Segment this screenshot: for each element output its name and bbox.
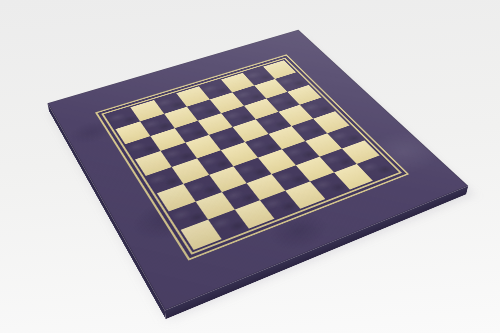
board-square	[271, 165, 310, 191]
board-square	[310, 173, 349, 199]
board-square	[247, 174, 286, 200]
board-square	[295, 157, 333, 182]
board-square	[319, 148, 357, 173]
board-square	[234, 158, 272, 183]
board-square	[357, 156, 396, 181]
board-square	[197, 150, 234, 175]
chess-board	[47, 30, 468, 311]
board-square	[171, 159, 208, 184]
board-square	[208, 210, 248, 239]
board-square	[282, 141, 319, 165]
board-square	[181, 220, 222, 250]
board-square	[169, 201, 208, 230]
board-square	[221, 142, 258, 166]
board-square	[260, 191, 300, 219]
photo-background	[0, 0, 500, 333]
board-square	[342, 140, 380, 164]
board-square	[209, 166, 247, 192]
board-square	[135, 151, 171, 176]
board-square	[285, 182, 325, 209]
board-grid	[106, 60, 396, 250]
board-square	[146, 167, 183, 193]
board-square	[234, 200, 274, 229]
board-square	[157, 184, 195, 211]
board-square	[160, 143, 196, 167]
board-square	[258, 149, 296, 174]
board-square	[334, 164, 373, 190]
board-square	[221, 183, 260, 210]
board-square	[183, 175, 221, 202]
board-square	[195, 192, 234, 220]
